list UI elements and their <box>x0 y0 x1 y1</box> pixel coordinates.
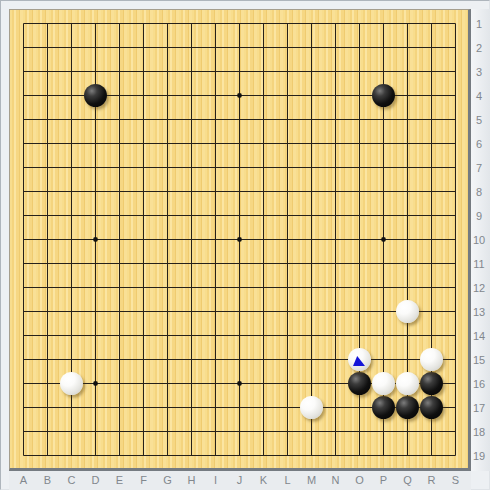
column-label-H: H <box>184 474 200 486</box>
column-label-C: C <box>64 474 80 486</box>
column-label-B: B <box>40 474 56 486</box>
row-label-12: 12 <box>471 282 487 294</box>
row-label-1: 1 <box>471 18 487 30</box>
column-label-E: E <box>112 474 128 486</box>
column-label-L: L <box>280 474 296 486</box>
row-label-9: 9 <box>471 210 487 222</box>
stone-white-M17[interactable] <box>300 396 323 419</box>
row-label-19: 19 <box>471 450 487 462</box>
stone-black-O16[interactable] <box>348 372 371 395</box>
app-panel: 12345678910111213141516171819 ABCDEFGHIJ… <box>0 0 490 490</box>
stone-white-R15[interactable] <box>420 348 443 371</box>
stone-black-P4[interactable] <box>372 84 395 107</box>
column-label-M: M <box>304 474 320 486</box>
column-label-R: R <box>424 474 440 486</box>
column-label-J: J <box>232 474 248 486</box>
row-label-8: 8 <box>471 186 487 198</box>
star-point-D10 <box>93 237 98 242</box>
column-coordinate-strip: ABCDEFGHIJKLMNOPQRS <box>9 471 471 490</box>
star-point-J16 <box>237 381 242 386</box>
column-label-A: A <box>16 474 32 486</box>
stone-black-R17[interactable] <box>420 396 443 419</box>
column-label-Q: Q <box>400 474 416 486</box>
column-label-D: D <box>88 474 104 486</box>
stone-white-Q13[interactable] <box>396 300 419 323</box>
star-point-P10 <box>381 237 386 242</box>
row-label-18: 18 <box>471 426 487 438</box>
row-label-10: 10 <box>471 234 487 246</box>
column-label-G: G <box>160 474 176 486</box>
stone-black-P17[interactable] <box>372 396 395 419</box>
row-label-5: 5 <box>471 114 487 126</box>
star-point-J4 <box>237 93 242 98</box>
star-point-D16 <box>93 381 98 386</box>
stone-white-P16[interactable] <box>372 372 395 395</box>
go-board[interactable] <box>9 9 471 471</box>
column-label-K: K <box>256 474 272 486</box>
row-label-15: 15 <box>471 354 487 366</box>
row-label-6: 6 <box>471 138 487 150</box>
column-label-F: F <box>136 474 152 486</box>
stone-black-R16[interactable] <box>420 372 443 395</box>
row-label-4: 4 <box>471 90 487 102</box>
row-label-11: 11 <box>471 258 487 270</box>
stone-white-Q16[interactable] <box>396 372 419 395</box>
stone-white-C16[interactable] <box>60 372 83 395</box>
column-label-P: P <box>376 474 392 486</box>
row-label-17: 17 <box>471 402 487 414</box>
row-label-3: 3 <box>471 66 487 78</box>
stone-black-D4[interactable] <box>84 84 107 107</box>
row-label-7: 7 <box>471 162 487 174</box>
star-point-J10 <box>237 237 242 242</box>
row-coordinate-strip: 12345678910111213141516171819 <box>471 9 490 471</box>
row-label-2: 2 <box>471 42 487 54</box>
row-label-16: 16 <box>471 378 487 390</box>
row-label-14: 14 <box>471 330 487 342</box>
column-label-S: S <box>448 474 464 486</box>
column-label-O: O <box>352 474 368 486</box>
stone-black-Q17[interactable] <box>396 396 419 419</box>
column-label-N: N <box>328 474 344 486</box>
column-label-I: I <box>208 474 224 486</box>
row-label-13: 13 <box>471 306 487 318</box>
